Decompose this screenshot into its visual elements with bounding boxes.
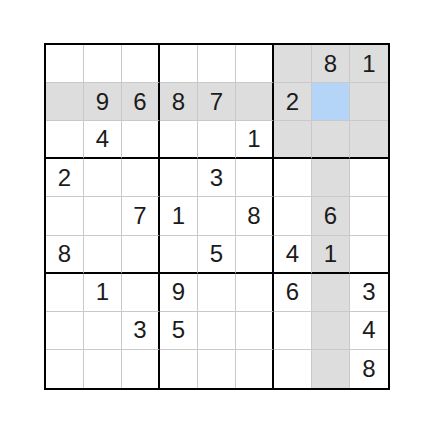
cell-r3c7[interactable]	[274, 121, 312, 159]
cell-r7c6[interactable]	[236, 274, 274, 312]
cell-r9c8[interactable]	[312, 350, 350, 388]
cell-r8c3[interactable]: 3	[122, 312, 160, 350]
cell-r2c7[interactable]: 2	[274, 83, 312, 121]
cell-r1c1[interactable]	[46, 45, 84, 83]
cell-r9c9[interactable]: 8	[350, 350, 388, 388]
cell-r1c7[interactable]	[274, 45, 312, 83]
cell-r9c1[interactable]	[46, 350, 84, 388]
cell-r7c8[interactable]	[312, 274, 350, 312]
cell-r3c8[interactable]	[312, 121, 350, 159]
cell-r6c9[interactable]	[350, 236, 388, 274]
cell-r1c5[interactable]	[198, 45, 236, 83]
cell-r1c9[interactable]: 1	[350, 45, 388, 83]
cell-r3c6[interactable]: 1	[236, 121, 274, 159]
cell-r5c2[interactable]	[84, 197, 122, 235]
cell-r4c5[interactable]: 3	[198, 159, 236, 197]
sudoku-canvas: 819687241237186854119633548	[0, 0, 434, 434]
cell-r7c5[interactable]	[198, 274, 236, 312]
cell-r4c1[interactable]: 2	[46, 159, 84, 197]
cell-r6c4[interactable]	[160, 236, 198, 274]
cell-r5c8[interactable]: 6	[312, 197, 350, 235]
cell-r8c7[interactable]	[274, 312, 312, 350]
cell-r4c4[interactable]	[160, 159, 198, 197]
cell-r7c1[interactable]	[46, 274, 84, 312]
cell-r3c9[interactable]	[350, 121, 388, 159]
cell-r5c7[interactable]	[274, 197, 312, 235]
cell-r9c7[interactable]	[274, 350, 312, 388]
cell-r1c2[interactable]	[84, 45, 122, 83]
cell-r5c5[interactable]	[198, 197, 236, 235]
cell-r7c2[interactable]: 1	[84, 274, 122, 312]
cell-r2c2[interactable]: 9	[84, 83, 122, 121]
cell-r5c3[interactable]: 7	[122, 197, 160, 235]
cell-r6c8[interactable]: 1	[312, 236, 350, 274]
cell-r8c9[interactable]: 4	[350, 312, 388, 350]
cell-r2c8[interactable]	[312, 83, 350, 121]
cell-r8c4[interactable]: 5	[160, 312, 198, 350]
cell-r1c4[interactable]	[160, 45, 198, 83]
cell-r3c1[interactable]	[46, 121, 84, 159]
cell-r5c4[interactable]: 1	[160, 197, 198, 235]
cell-r7c4[interactable]: 9	[160, 274, 198, 312]
cell-r1c3[interactable]	[122, 45, 160, 83]
cell-r1c6[interactable]	[236, 45, 274, 83]
cell-r4c8[interactable]	[312, 159, 350, 197]
cell-r5c6[interactable]: 8	[236, 197, 274, 235]
cell-r9c5[interactable]	[198, 350, 236, 388]
cell-r4c9[interactable]	[350, 159, 388, 197]
cell-r3c5[interactable]	[198, 121, 236, 159]
cell-r7c7[interactable]: 6	[274, 274, 312, 312]
cell-r9c3[interactable]	[122, 350, 160, 388]
cell-r4c2[interactable]	[84, 159, 122, 197]
cell-r6c6[interactable]	[236, 236, 274, 274]
cell-r2c6[interactable]	[236, 83, 274, 121]
cell-r4c7[interactable]	[274, 159, 312, 197]
cell-r2c5[interactable]: 7	[198, 83, 236, 121]
cell-r4c3[interactable]	[122, 159, 160, 197]
cell-r2c9[interactable]	[350, 83, 388, 121]
cell-r9c4[interactable]	[160, 350, 198, 388]
cell-r5c9[interactable]	[350, 197, 388, 235]
cell-r8c5[interactable]	[198, 312, 236, 350]
cell-r6c1[interactable]: 8	[46, 236, 84, 274]
cell-r8c8[interactable]	[312, 312, 350, 350]
cell-r3c4[interactable]	[160, 121, 198, 159]
cell-r6c3[interactable]	[122, 236, 160, 274]
cell-r8c6[interactable]	[236, 312, 274, 350]
cell-r1c8[interactable]: 8	[312, 45, 350, 83]
cell-r2c3[interactable]: 6	[122, 83, 160, 121]
cell-r9c6[interactable]	[236, 350, 274, 388]
cell-r3c2[interactable]: 4	[84, 121, 122, 159]
cell-r5c1[interactable]	[46, 197, 84, 235]
cell-r6c5[interactable]: 5	[198, 236, 236, 274]
cell-r7c3[interactable]	[122, 274, 160, 312]
cell-r7c9[interactable]: 3	[350, 274, 388, 312]
cell-r3c3[interactable]	[122, 121, 160, 159]
cell-r6c2[interactable]	[84, 236, 122, 274]
cell-r2c1[interactable]	[46, 83, 84, 121]
cell-r6c7[interactable]: 4	[274, 236, 312, 274]
cell-r2c4[interactable]: 8	[160, 83, 198, 121]
cell-r4c6[interactable]	[236, 159, 274, 197]
cell-r8c1[interactable]	[46, 312, 84, 350]
sudoku-board: 819687241237186854119633548	[44, 43, 390, 390]
cell-r8c2[interactable]	[84, 312, 122, 350]
cell-r9c2[interactable]	[84, 350, 122, 388]
